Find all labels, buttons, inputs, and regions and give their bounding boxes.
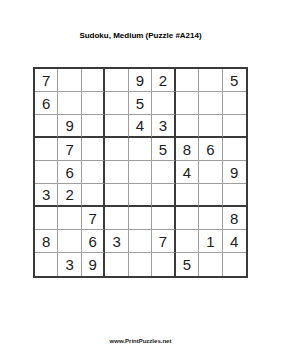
sudoku-cell-r7c9: 8 (223, 207, 246, 230)
sudoku-cell-r9c2: 3 (58, 253, 81, 276)
sudoku-cell-r4c2: 7 (58, 138, 81, 161)
sudoku-cell-r4c4 (105, 138, 128, 161)
sudoku-cell-r6c1: 3 (35, 184, 58, 207)
sudoku-cell-r1c9: 5 (223, 69, 246, 92)
sudoku-cell-r9c3: 9 (82, 253, 105, 276)
sudoku-cell-r4c8: 6 (199, 138, 222, 161)
sudoku-cell-r1c6: 2 (152, 69, 175, 92)
sudoku-cell-r5c8 (199, 161, 222, 184)
sudoku-cell-r6c8 (199, 184, 222, 207)
sudoku-cell-r8c1: 8 (35, 230, 58, 253)
sudoku-cell-r3c9 (223, 115, 246, 138)
sudoku-cell-r2c9 (223, 92, 246, 115)
sudoku-cell-r2c2 (58, 92, 81, 115)
sudoku-cell-r3c6: 3 (152, 115, 175, 138)
sudoku-cell-r8c2 (58, 230, 81, 253)
sudoku-cell-r1c2 (58, 69, 81, 92)
sudoku-cell-r4c7: 8 (176, 138, 199, 161)
sudoku-cell-r8c6: 7 (152, 230, 175, 253)
sudoku-cell-r5c5 (129, 161, 152, 184)
sudoku-board: 79256594375866493278863714395 (33, 67, 248, 278)
sudoku-cell-r8c3: 6 (82, 230, 105, 253)
sudoku-cell-r2c8 (199, 92, 222, 115)
sudoku-cell-r2c1: 6 (35, 92, 58, 115)
sudoku-cell-r9c5 (129, 253, 152, 276)
sudoku-cell-r5c6 (152, 161, 175, 184)
sudoku-cell-r6c6 (152, 184, 175, 207)
sudoku-cell-r4c6: 5 (152, 138, 175, 161)
sudoku-cell-r1c4 (105, 69, 128, 92)
sudoku-cell-r2c7 (176, 92, 199, 115)
sudoku-cell-r4c9 (223, 138, 246, 161)
sudoku-cell-r1c7 (176, 69, 199, 92)
sudoku-cell-r7c5 (129, 207, 152, 230)
sudoku-cell-r2c6 (152, 92, 175, 115)
sudoku-cell-r9c7: 5 (176, 253, 199, 276)
sudoku-cell-r7c2 (58, 207, 81, 230)
sudoku-cell-r4c3 (82, 138, 105, 161)
sudoku-cell-r6c2: 2 (58, 184, 81, 207)
sudoku-cell-r2c4 (105, 92, 128, 115)
sudoku-cell-r8c9: 4 (223, 230, 246, 253)
sudoku-cell-r5c1 (35, 161, 58, 184)
sudoku-cell-r7c7 (176, 207, 199, 230)
sudoku-cell-r7c8 (199, 207, 222, 230)
sudoku-cell-r7c6 (152, 207, 175, 230)
sudoku-cell-r1c3 (82, 69, 105, 92)
puzzle-title: Sudoku, Medium (Puzzle #A214) (0, 31, 281, 41)
sudoku-cell-r7c3: 7 (82, 207, 105, 230)
sudoku-cell-r6c5 (129, 184, 152, 207)
sudoku-cell-r6c4 (105, 184, 128, 207)
sudoku-cell-r3c8 (199, 115, 222, 138)
sudoku-cell-r7c1 (35, 207, 58, 230)
sudoku-cell-r8c7 (176, 230, 199, 253)
sudoku-cell-r9c4 (105, 253, 128, 276)
sudoku-cell-r6c7 (176, 184, 199, 207)
sudoku-cell-r5c9: 9 (223, 161, 246, 184)
sudoku-cell-r3c5: 4 (129, 115, 152, 138)
sudoku-cell-r2c3 (82, 92, 105, 115)
sudoku-cell-r1c5: 9 (129, 69, 152, 92)
sudoku-cell-r5c4 (105, 161, 128, 184)
sudoku-cell-r9c1 (35, 253, 58, 276)
sudoku-cell-r3c3 (82, 115, 105, 138)
sudoku-cell-r8c4: 3 (105, 230, 128, 253)
sudoku-cell-r4c1 (35, 138, 58, 161)
sudoku-cell-r6c9 (223, 184, 246, 207)
sudoku-cell-r9c8 (199, 253, 222, 276)
sudoku-cell-r9c9 (223, 253, 246, 276)
sudoku-cell-r3c4 (105, 115, 128, 138)
sudoku-cell-r6c3 (82, 184, 105, 207)
sudoku-cell-r5c7: 4 (176, 161, 199, 184)
sudoku-cell-r1c8 (199, 69, 222, 92)
sudoku-cell-r3c2: 9 (58, 115, 81, 138)
puzzle-page: Sudoku, Medium (Puzzle #A214) 7925659437… (0, 0, 281, 363)
sudoku-cell-r5c2: 6 (58, 161, 81, 184)
sudoku-cell-r4c5 (129, 138, 152, 161)
site-credit: www.PrintPuzzles.net (0, 338, 281, 345)
sudoku-cell-r7c4 (105, 207, 128, 230)
sudoku-cell-r5c3 (82, 161, 105, 184)
sudoku-cell-r8c8: 1 (199, 230, 222, 253)
sudoku-cell-r9c6 (152, 253, 175, 276)
sudoku-cell-r3c7 (176, 115, 199, 138)
sudoku-cell-r1c1: 7 (35, 69, 58, 92)
sudoku-cell-r2c5: 5 (129, 92, 152, 115)
sudoku-cell-r8c5 (129, 230, 152, 253)
sudoku-cell-r3c1 (35, 115, 58, 138)
